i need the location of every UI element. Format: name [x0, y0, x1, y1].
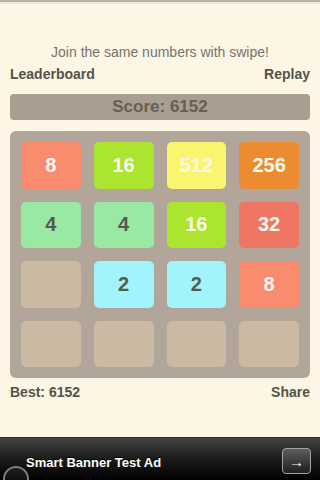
status-bar-divider-highlight [0, 2, 320, 4]
ad-banner[interactable]: Smart Banner Test Ad → [0, 437, 320, 480]
leaderboard-button[interactable]: Leaderboard [10, 66, 95, 82]
tile-2: 2 [94, 261, 154, 308]
tile-16: 16 [167, 202, 227, 249]
tile-8: 8 [239, 261, 299, 308]
empty-cell [167, 321, 227, 368]
tile-256: 256 [239, 142, 299, 189]
tile-4: 4 [94, 202, 154, 249]
menu-row: Leaderboard Replay [10, 66, 310, 82]
right-arrow-icon: → [289, 453, 304, 470]
empty-cell [94, 321, 154, 368]
score-display: Score: 6152 [10, 94, 310, 120]
game-board[interactable]: 816512256441632228 [10, 131, 310, 378]
tile-8: 8 [21, 142, 81, 189]
instruction-text: Join the same numbers with swipe! [0, 44, 320, 60]
best-score-label: Best: 6152 [10, 384, 80, 400]
tile-16: 16 [94, 142, 154, 189]
empty-cell [21, 321, 81, 368]
tile-512: 512 [167, 142, 227, 189]
tile-2: 2 [167, 261, 227, 308]
tile-4: 4 [21, 202, 81, 249]
score-text: Score: 6152 [112, 97, 207, 117]
app-screen: Join the same numbers with swipe! Leader… [0, 0, 320, 480]
ad-banner-text: Smart Banner Test Ad [26, 455, 161, 470]
tile-32: 32 [239, 202, 299, 249]
share-button[interactable]: Share [271, 384, 310, 400]
best-row: Best: 6152 Share [10, 384, 310, 400]
empty-cell [239, 321, 299, 368]
ad-arrow-button[interactable]: → [282, 448, 311, 474]
empty-cell [21, 261, 81, 308]
replay-button[interactable]: Replay [264, 66, 310, 82]
